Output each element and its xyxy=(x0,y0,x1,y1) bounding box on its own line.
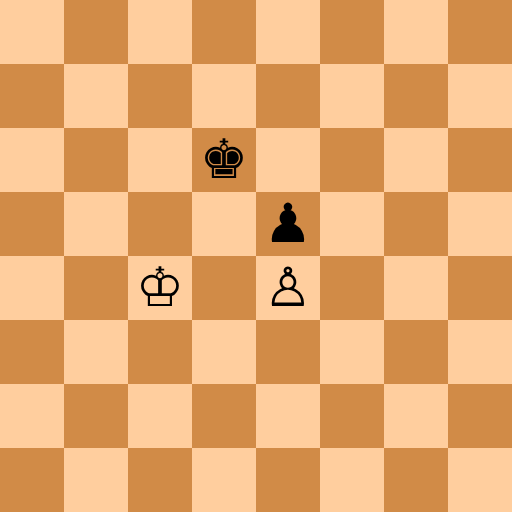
square-h3[interactable] xyxy=(448,320,512,384)
square-e1[interactable] xyxy=(256,448,320,512)
square-c6[interactable] xyxy=(128,128,192,192)
square-g5[interactable] xyxy=(384,192,448,256)
square-d1[interactable] xyxy=(192,448,256,512)
square-d4[interactable] xyxy=(192,256,256,320)
square-a3[interactable] xyxy=(0,320,64,384)
square-c8[interactable] xyxy=(128,0,192,64)
square-f5[interactable] xyxy=(320,192,384,256)
square-b5[interactable] xyxy=(64,192,128,256)
square-h7[interactable] xyxy=(448,64,512,128)
square-c3[interactable] xyxy=(128,320,192,384)
square-c2[interactable] xyxy=(128,384,192,448)
square-f4[interactable] xyxy=(320,256,384,320)
square-b3[interactable] xyxy=(64,320,128,384)
square-e7[interactable] xyxy=(256,64,320,128)
square-b7[interactable] xyxy=(64,64,128,128)
square-e4[interactable]: ♙ xyxy=(256,256,320,320)
square-h1[interactable] xyxy=(448,448,512,512)
square-b6[interactable] xyxy=(64,128,128,192)
square-c1[interactable] xyxy=(128,448,192,512)
square-g7[interactable] xyxy=(384,64,448,128)
square-b2[interactable] xyxy=(64,384,128,448)
square-a5[interactable] xyxy=(0,192,64,256)
square-b1[interactable] xyxy=(64,448,128,512)
square-a2[interactable] xyxy=(0,384,64,448)
black-king[interactable]: ♚ xyxy=(200,128,248,192)
square-g6[interactable] xyxy=(384,128,448,192)
square-f7[interactable] xyxy=(320,64,384,128)
square-d7[interactable] xyxy=(192,64,256,128)
square-f2[interactable] xyxy=(320,384,384,448)
square-g3[interactable] xyxy=(384,320,448,384)
square-f1[interactable] xyxy=(320,448,384,512)
square-a1[interactable] xyxy=(0,448,64,512)
square-d3[interactable] xyxy=(192,320,256,384)
square-h8[interactable] xyxy=(448,0,512,64)
square-f6[interactable] xyxy=(320,128,384,192)
square-e6[interactable] xyxy=(256,128,320,192)
square-a8[interactable] xyxy=(0,0,64,64)
square-c5[interactable] xyxy=(128,192,192,256)
square-h4[interactable] xyxy=(448,256,512,320)
square-d6[interactable]: ♚ xyxy=(192,128,256,192)
white-king[interactable]: ♔ xyxy=(136,256,184,320)
square-e5[interactable]: ♟ xyxy=(256,192,320,256)
square-e2[interactable] xyxy=(256,384,320,448)
square-e8[interactable] xyxy=(256,0,320,64)
black-pawn[interactable]: ♟ xyxy=(264,192,312,256)
square-b4[interactable] xyxy=(64,256,128,320)
square-g2[interactable] xyxy=(384,384,448,448)
square-g4[interactable] xyxy=(384,256,448,320)
chess-board: ♚♟♔♙ xyxy=(0,0,512,512)
square-h2[interactable] xyxy=(448,384,512,448)
square-d5[interactable] xyxy=(192,192,256,256)
square-b8[interactable] xyxy=(64,0,128,64)
square-h5[interactable] xyxy=(448,192,512,256)
square-f8[interactable] xyxy=(320,0,384,64)
white-pawn[interactable]: ♙ xyxy=(264,256,312,320)
square-f3[interactable] xyxy=(320,320,384,384)
square-a4[interactable] xyxy=(0,256,64,320)
square-a7[interactable] xyxy=(0,64,64,128)
square-h6[interactable] xyxy=(448,128,512,192)
square-c7[interactable] xyxy=(128,64,192,128)
square-d2[interactable] xyxy=(192,384,256,448)
square-g1[interactable] xyxy=(384,448,448,512)
square-g8[interactable] xyxy=(384,0,448,64)
square-d8[interactable] xyxy=(192,0,256,64)
square-e3[interactable] xyxy=(256,320,320,384)
square-c4[interactable]: ♔ xyxy=(128,256,192,320)
square-a6[interactable] xyxy=(0,128,64,192)
